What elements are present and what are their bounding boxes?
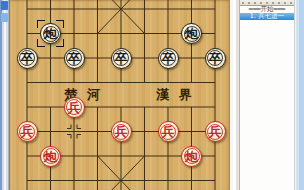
- piece-red-cannon-h7[interactable]: 炮: [181, 146, 202, 167]
- move-list-header: [240, 0, 294, 6]
- piece-red-pawn-c5[interactable]: 兵: [64, 97, 85, 118]
- move-list-start-entry[interactable]: ═══开始═══: [240, 6, 294, 13]
- piece-glyph: 炮: [185, 146, 198, 167]
- right-window-edge: [295, 0, 304, 190]
- piece-glyph: 兵: [162, 121, 175, 142]
- xiangqi-board[interactable]: 楚河 漢界 炮炮卒卒卒卒卒兵兵兵兵兵炮炮: [10, 0, 229, 190]
- move-list-panel: ═══开始═══ 1. 兵七进一: [240, 0, 295, 190]
- move-list-empty-area[interactable]: [240, 20, 294, 190]
- piece-black-cannon-b2[interactable]: 炮: [40, 23, 61, 44]
- piece-glyph: 卒: [115, 48, 128, 69]
- piece-glyph: 兵: [21, 121, 34, 142]
- piece-glyph: 炮: [44, 146, 57, 167]
- piece-red-pawn-i6[interactable]: 兵: [205, 121, 226, 142]
- piece-red-pawn-a6[interactable]: 兵: [17, 121, 38, 142]
- toolbar-icon-top[interactable]: [1, 1, 8, 10]
- piece-glyph: 兵: [209, 121, 222, 142]
- piece-black-pawn-a3[interactable]: 卒: [17, 48, 38, 69]
- left-window-edge: [0, 0, 10, 190]
- piece-glyph: 兵: [68, 97, 81, 118]
- move-list-selected-move[interactable]: 1. 兵七进一: [240, 13, 294, 20]
- piece-red-cannon-b7[interactable]: 炮: [40, 146, 61, 167]
- piece-glyph: 卒: [162, 48, 175, 69]
- panel-splitter[interactable]: [229, 0, 240, 190]
- piece-black-pawn-c3[interactable]: 卒: [64, 48, 85, 69]
- piece-black-pawn-e3[interactable]: 卒: [111, 48, 132, 69]
- piece-glyph: 兵: [115, 121, 128, 142]
- piece-black-cannon-h2[interactable]: 炮: [181, 23, 202, 44]
- piece-black-pawn-i3[interactable]: 卒: [205, 48, 226, 69]
- piece-red-pawn-e6[interactable]: 兵: [111, 121, 132, 142]
- piece-glyph: 卒: [209, 48, 222, 69]
- piece-black-pawn-g3[interactable]: 卒: [158, 48, 179, 69]
- xiangqi-app-window: 楚河 漢界 炮炮卒卒卒卒卒兵兵兵兵兵炮炮 ═══开始═══ 1. 兵七进一: [0, 0, 304, 190]
- piece-glyph: 卒: [68, 48, 81, 69]
- piece-glyph: 炮: [44, 23, 57, 44]
- piece-glyph: 卒: [21, 48, 34, 69]
- river-label-han-jie: 漢界: [156, 88, 202, 102]
- piece-glyph: 炮: [185, 23, 198, 44]
- piece-red-pawn-g6[interactable]: 兵: [158, 121, 179, 142]
- toolbar-icon-bottom[interactable]: [1, 13, 8, 22]
